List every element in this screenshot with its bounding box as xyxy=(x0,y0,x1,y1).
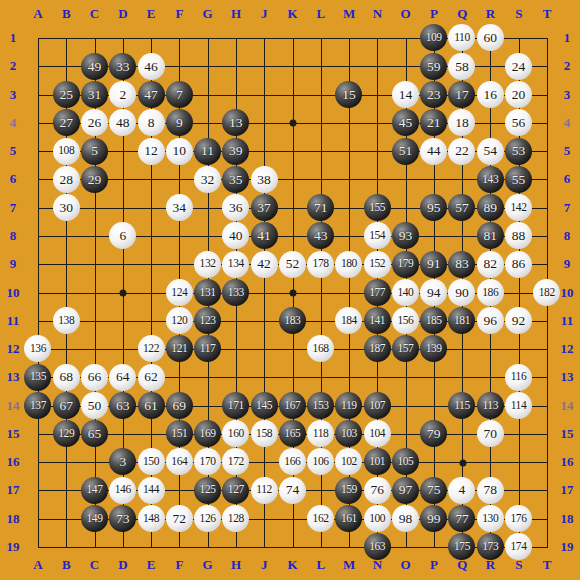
stone-black: 145 xyxy=(251,392,278,419)
stone-move-number: 117 xyxy=(200,343,216,355)
stone-move-number: 132 xyxy=(200,258,216,270)
stone-black: 181 xyxy=(448,307,475,334)
stone-black: 53 xyxy=(505,138,532,165)
stone-white: 138 xyxy=(53,307,80,334)
stone-move-number: 165 xyxy=(284,428,300,440)
stone-white: 42 xyxy=(251,251,278,278)
stone-move-number: 174 xyxy=(510,541,526,553)
stone-move-number: 136 xyxy=(30,343,46,355)
stone-move-number: 75 xyxy=(427,483,441,497)
stone-black: 47 xyxy=(138,81,165,108)
stone-white: 182 xyxy=(533,279,560,306)
coord-label-top-N: N xyxy=(373,6,382,22)
stone-move-number: 81 xyxy=(483,229,497,243)
stone-move-number: 159 xyxy=(341,484,357,496)
stone-white: 170 xyxy=(194,448,221,475)
stone-move-number: 5 xyxy=(91,144,98,158)
stone-black: 117 xyxy=(194,335,221,362)
stone-move-number: 52 xyxy=(286,257,300,271)
stone-move-number: 153 xyxy=(313,400,329,412)
stone-move-number: 172 xyxy=(228,456,244,468)
stone-move-number: 11 xyxy=(201,144,214,158)
stone-move-number: 36 xyxy=(229,201,243,215)
stone-white: 186 xyxy=(477,279,504,306)
stone-white: 14 xyxy=(392,81,419,108)
coord-label-top-C: C xyxy=(90,6,99,22)
stone-move-number: 13 xyxy=(229,116,243,130)
stone-move-number: 90 xyxy=(455,286,469,300)
stone-move-number: 46 xyxy=(144,60,158,74)
stone-white: 110 xyxy=(448,24,475,51)
coord-label-left-12: 12 xyxy=(7,341,20,357)
coord-label-left-11: 11 xyxy=(7,313,19,329)
coord-label-left-15: 15 xyxy=(7,426,20,442)
stone-black: 147 xyxy=(81,477,108,504)
stone-black: 141 xyxy=(364,307,391,334)
coord-label-top-K: K xyxy=(287,6,297,22)
stone-move-number: 181 xyxy=(454,315,470,327)
stone-white: 154 xyxy=(364,222,391,249)
stone-black: 99 xyxy=(420,505,447,532)
stone-black: 79 xyxy=(420,420,447,447)
coord-label-bottom-C: C xyxy=(90,557,99,573)
coord-label-top-M: M xyxy=(343,6,355,22)
coord-label-bottom-K: K xyxy=(287,557,297,573)
stone-move-number: 151 xyxy=(171,428,187,440)
stone-move-number: 182 xyxy=(539,287,555,299)
stone-black: 37 xyxy=(251,194,278,221)
stone-move-number: 4 xyxy=(459,483,466,497)
coord-label-bottom-F: F xyxy=(175,557,183,573)
stone-black: 169 xyxy=(194,420,221,447)
stone-move-number: 48 xyxy=(116,116,130,130)
stone-black: 135 xyxy=(24,364,51,391)
coord-label-left-19: 19 xyxy=(7,539,20,555)
stone-white: 98 xyxy=(392,505,419,532)
stone-move-number: 32 xyxy=(201,173,215,187)
coord-label-top-Q: Q xyxy=(457,6,467,22)
stone-move-number: 134 xyxy=(228,258,244,270)
stone-black: 49 xyxy=(81,53,108,80)
stone-move-number: 128 xyxy=(228,513,244,525)
coord-label-right-6: 6 xyxy=(564,171,571,187)
stone-move-number: 105 xyxy=(397,456,413,468)
stone-black: 9 xyxy=(166,109,193,136)
stone-white: 52 xyxy=(279,251,306,278)
coord-label-right-14: 14 xyxy=(561,398,574,414)
stone-move-number: 98 xyxy=(399,512,413,526)
stone-move-number: 30 xyxy=(60,201,74,215)
coord-label-bottom-M: M xyxy=(343,557,355,573)
stone-move-number: 72 xyxy=(173,512,187,526)
stone-white: 44 xyxy=(420,138,447,165)
stone-move-number: 110 xyxy=(454,32,470,44)
stone-move-number: 97 xyxy=(399,483,413,497)
coord-label-left-5: 5 xyxy=(10,143,17,159)
stone-move-number: 77 xyxy=(455,512,469,526)
coord-label-top-T: T xyxy=(543,6,552,22)
stone-white: 100 xyxy=(364,505,391,532)
stone-white: 128 xyxy=(222,505,249,532)
coord-label-right-5: 5 xyxy=(564,143,571,159)
stone-black: 143 xyxy=(477,166,504,193)
stone-move-number: 76 xyxy=(370,483,384,497)
stone-black: 185 xyxy=(420,307,447,334)
stone-move-number: 31 xyxy=(88,88,102,102)
stone-white: 46 xyxy=(138,53,165,80)
coord-label-right-9: 9 xyxy=(564,256,571,272)
stone-move-number: 154 xyxy=(369,230,385,242)
stone-move-number: 44 xyxy=(427,144,441,158)
stone-move-number: 6 xyxy=(119,229,126,243)
stone-black: 113 xyxy=(477,392,504,419)
stone-black: 23 xyxy=(420,81,447,108)
stone-white: 22 xyxy=(448,138,475,165)
stone-white: 152 xyxy=(364,251,391,278)
stone-black: 97 xyxy=(392,477,419,504)
stone-black: 67 xyxy=(53,392,80,419)
stone-white: 126 xyxy=(194,505,221,532)
stone-black: 149 xyxy=(81,505,108,532)
stone-black: 89 xyxy=(477,194,504,221)
stone-move-number: 163 xyxy=(369,541,385,553)
stone-move-number: 129 xyxy=(58,428,74,440)
stone-white: 12 xyxy=(138,138,165,165)
stone-move-number: 140 xyxy=(397,287,413,299)
coord-label-top-G: G xyxy=(203,6,213,22)
stone-white: 58 xyxy=(448,53,475,80)
coord-label-top-B: B xyxy=(62,6,71,22)
stone-move-number: 38 xyxy=(257,173,271,187)
stone-move-number: 42 xyxy=(257,257,271,271)
stone-move-number: 127 xyxy=(228,484,244,496)
stone-white: 156 xyxy=(392,307,419,334)
stone-white: 62 xyxy=(138,364,165,391)
stone-move-number: 114 xyxy=(511,400,527,412)
stone-move-number: 116 xyxy=(511,371,527,383)
stone-black: 25 xyxy=(53,81,80,108)
stone-white: 4 xyxy=(448,477,475,504)
coord-label-left-18: 18 xyxy=(7,511,20,527)
stone-white: 76 xyxy=(364,477,391,504)
stone-move-number: 152 xyxy=(369,258,385,270)
stone-white: 108 xyxy=(53,138,80,165)
stone-move-number: 35 xyxy=(229,173,243,187)
coord-label-right-18: 18 xyxy=(561,511,574,527)
stone-move-number: 21 xyxy=(427,116,441,130)
stone-move-number: 96 xyxy=(483,314,497,328)
stone-move-number: 168 xyxy=(313,343,329,355)
coord-label-top-J: J xyxy=(261,6,268,22)
stone-black: 159 xyxy=(335,477,362,504)
stone-move-number: 186 xyxy=(482,287,498,299)
stone-move-number: 158 xyxy=(256,428,272,440)
stone-white: 32 xyxy=(194,166,221,193)
coord-label-bottom-B: B xyxy=(62,557,71,573)
coord-label-left-1: 1 xyxy=(10,30,17,46)
stone-black: 161 xyxy=(335,505,362,532)
stone-move-number: 62 xyxy=(144,370,158,384)
stone-move-number: 170 xyxy=(200,456,216,468)
stone-move-number: 121 xyxy=(171,343,187,355)
stone-black: 95 xyxy=(420,194,447,221)
stone-white: 158 xyxy=(251,420,278,447)
stone-white: 96 xyxy=(477,307,504,334)
stone-move-number: 79 xyxy=(427,427,441,441)
stone-black: 33 xyxy=(109,53,136,80)
stone-black: 3 xyxy=(109,448,136,475)
stone-move-number: 113 xyxy=(482,400,498,412)
stone-black: 177 xyxy=(364,279,391,306)
stone-black: 165 xyxy=(279,420,306,447)
stone-white: 86 xyxy=(505,251,532,278)
stone-white: 144 xyxy=(138,477,165,504)
stone-white: 38 xyxy=(251,166,278,193)
stone-black: 103 xyxy=(335,420,362,447)
stone-white: 88 xyxy=(505,222,532,249)
stone-move-number: 166 xyxy=(284,456,300,468)
coord-label-left-2: 2 xyxy=(10,58,17,74)
stone-black: 27 xyxy=(53,109,80,136)
stone-move-number: 161 xyxy=(341,513,357,525)
stone-move-number: 7 xyxy=(176,88,183,102)
coord-label-top-P: P xyxy=(430,6,438,22)
stone-move-number: 177 xyxy=(369,287,385,299)
coord-label-bottom-J: J xyxy=(261,557,268,573)
stone-move-number: 162 xyxy=(313,513,329,525)
stone-move-number: 41 xyxy=(257,229,271,243)
stone-move-number: 71 xyxy=(314,201,328,215)
stone-white: 112 xyxy=(251,477,278,504)
go-board[interactable]: 2345678910111213141516171820212223242526… xyxy=(0,0,580,580)
stone-move-number: 74 xyxy=(286,483,300,497)
stone-black: 139 xyxy=(420,335,447,362)
coord-label-right-16: 16 xyxy=(561,454,574,470)
coord-label-bottom-L: L xyxy=(316,557,325,573)
coord-label-top-O: O xyxy=(401,6,411,22)
stone-move-number: 66 xyxy=(88,370,102,384)
stone-white: 166 xyxy=(279,448,306,475)
stone-move-number: 176 xyxy=(510,513,526,525)
stone-move-number: 8 xyxy=(148,116,155,130)
stone-black: 35 xyxy=(222,166,249,193)
coord-label-bottom-A: A xyxy=(33,557,42,573)
stone-move-number: 124 xyxy=(171,287,187,299)
stones-layer: 2345678910111213141516171820212223242526… xyxy=(24,24,561,561)
stone-white: 20 xyxy=(505,81,532,108)
stone-move-number: 142 xyxy=(510,202,526,214)
stone-black: 151 xyxy=(166,420,193,447)
stone-move-number: 22 xyxy=(455,144,469,158)
stone-move-number: 70 xyxy=(483,427,497,441)
stone-move-number: 15 xyxy=(342,88,356,102)
stone-black: 101 xyxy=(364,448,391,475)
coord-label-right-13: 13 xyxy=(561,369,574,385)
stone-black: 77 xyxy=(448,505,475,532)
stone-white: 118 xyxy=(307,420,334,447)
stone-move-number: 179 xyxy=(397,258,413,270)
stone-move-number: 34 xyxy=(173,201,187,215)
stone-move-number: 95 xyxy=(427,201,441,215)
stone-white: 10 xyxy=(166,138,193,165)
coord-label-left-13: 13 xyxy=(7,369,20,385)
stone-move-number: 93 xyxy=(399,229,413,243)
stone-black: 129 xyxy=(53,420,80,447)
stone-black: 137 xyxy=(24,392,51,419)
stone-black: 31 xyxy=(81,81,108,108)
stone-white: 146 xyxy=(109,477,136,504)
stone-move-number: 141 xyxy=(369,315,385,327)
stone-move-number: 65 xyxy=(88,427,102,441)
stone-white: 120 xyxy=(166,307,193,334)
stone-black: 91 xyxy=(420,251,447,278)
stone-black: 55 xyxy=(505,166,532,193)
coord-label-right-7: 7 xyxy=(564,200,571,216)
coord-label-right-2: 2 xyxy=(564,58,571,74)
stone-move-number: 104 xyxy=(369,428,385,440)
stone-black: 57 xyxy=(448,194,475,221)
stone-move-number: 64 xyxy=(116,370,130,384)
stone-black: 81 xyxy=(477,222,504,249)
stone-black: 105 xyxy=(392,448,419,475)
coord-label-left-3: 3 xyxy=(10,87,17,103)
stone-black: 21 xyxy=(420,109,447,136)
stone-black: 15 xyxy=(335,81,362,108)
stone-move-number: 169 xyxy=(200,428,216,440)
stone-white: 136 xyxy=(24,335,51,362)
stone-white: 134 xyxy=(222,251,249,278)
stone-white: 34 xyxy=(166,194,193,221)
stone-move-number: 54 xyxy=(483,144,497,158)
stone-white: 40 xyxy=(222,222,249,249)
stone-move-number: 47 xyxy=(144,88,158,102)
stone-move-number: 26 xyxy=(88,116,102,130)
coord-label-top-S: S xyxy=(515,6,522,22)
stone-move-number: 53 xyxy=(512,144,526,158)
stone-move-number: 157 xyxy=(397,343,413,355)
coord-label-top-L: L xyxy=(316,6,325,22)
coord-label-top-D: D xyxy=(118,6,127,22)
stone-move-number: 83 xyxy=(455,257,469,271)
stone-move-number: 178 xyxy=(313,258,329,270)
stone-white: 140 xyxy=(392,279,419,306)
stone-black: 83 xyxy=(448,251,475,278)
stone-white: 70 xyxy=(477,420,504,447)
stone-move-number: 88 xyxy=(512,229,526,243)
stone-move-number: 23 xyxy=(427,88,441,102)
stone-black: 109 xyxy=(420,24,447,51)
stone-black: 39 xyxy=(222,138,249,165)
coord-label-left-8: 8 xyxy=(10,228,17,244)
stone-move-number: 18 xyxy=(455,116,469,130)
stone-black: 61 xyxy=(138,392,165,419)
stone-white: 122 xyxy=(138,335,165,362)
stone-move-number: 57 xyxy=(455,201,469,215)
coord-label-bottom-P: P xyxy=(430,557,438,573)
coord-label-left-9: 9 xyxy=(10,256,17,272)
coord-label-left-4: 4 xyxy=(10,115,17,131)
stone-black: 11 xyxy=(194,138,221,165)
coord-label-right-12: 12 xyxy=(561,341,574,357)
coord-label-top-F: F xyxy=(175,6,183,22)
stone-black: 73 xyxy=(109,505,136,532)
stone-move-number: 37 xyxy=(257,201,271,215)
stone-move-number: 173 xyxy=(482,541,498,553)
stone-white: 90 xyxy=(448,279,475,306)
stone-move-number: 10 xyxy=(173,144,187,158)
stone-move-number: 94 xyxy=(427,286,441,300)
stone-move-number: 148 xyxy=(143,513,159,525)
stone-black: 63 xyxy=(109,392,136,419)
stone-move-number: 9 xyxy=(176,116,183,130)
stone-move-number: 108 xyxy=(58,145,74,157)
stone-white: 130 xyxy=(477,505,504,532)
stone-white: 150 xyxy=(138,448,165,475)
stone-move-number: 63 xyxy=(116,399,130,413)
stone-white: 2 xyxy=(109,81,136,108)
stone-black: 131 xyxy=(194,279,221,306)
stone-black: 41 xyxy=(251,222,278,249)
stone-move-number: 43 xyxy=(314,229,328,243)
stone-move-number: 28 xyxy=(60,173,74,187)
stone-move-number: 123 xyxy=(200,315,216,327)
stone-white: 178 xyxy=(307,251,334,278)
stone-black: 93 xyxy=(392,222,419,249)
stone-move-number: 67 xyxy=(60,399,74,413)
stone-white: 116 xyxy=(505,364,532,391)
stone-white: 36 xyxy=(222,194,249,221)
stone-move-number: 86 xyxy=(512,257,526,271)
stone-black: 59 xyxy=(420,53,447,80)
stone-white: 18 xyxy=(448,109,475,136)
stone-move-number: 112 xyxy=(256,484,272,496)
stone-move-number: 131 xyxy=(200,287,216,299)
stone-move-number: 187 xyxy=(369,343,385,355)
coord-label-right-15: 15 xyxy=(561,426,574,442)
stone-move-number: 135 xyxy=(30,371,46,383)
stone-black: 17 xyxy=(448,81,475,108)
stone-move-number: 17 xyxy=(455,88,469,102)
stone-move-number: 40 xyxy=(229,229,243,243)
stone-move-number: 125 xyxy=(200,484,216,496)
stone-move-number: 100 xyxy=(369,513,385,525)
stone-black: 133 xyxy=(222,279,249,306)
stone-move-number: 33 xyxy=(116,60,130,74)
coord-label-bottom-R: R xyxy=(486,557,495,573)
stone-move-number: 29 xyxy=(88,173,102,187)
stone-white: 50 xyxy=(81,392,108,419)
stone-move-number: 59 xyxy=(427,60,441,74)
coord-label-left-6: 6 xyxy=(10,171,17,187)
stone-move-number: 122 xyxy=(143,343,159,355)
stone-black: 121 xyxy=(166,335,193,362)
stone-white: 6 xyxy=(109,222,136,249)
stone-white: 92 xyxy=(505,307,532,334)
stone-white: 24 xyxy=(505,53,532,80)
coord-label-bottom-H: H xyxy=(231,557,241,573)
stone-white: 54 xyxy=(477,138,504,165)
coord-label-left-10: 10 xyxy=(7,285,20,301)
stone-move-number: 91 xyxy=(427,257,441,271)
stone-move-number: 109 xyxy=(426,32,442,44)
stone-white: 132 xyxy=(194,251,221,278)
stone-move-number: 164 xyxy=(171,456,187,468)
stone-white: 56 xyxy=(505,109,532,136)
stone-move-number: 175 xyxy=(454,541,470,553)
stone-move-number: 89 xyxy=(483,201,497,215)
stone-black: 75 xyxy=(420,477,447,504)
stone-white: 160 xyxy=(222,420,249,447)
